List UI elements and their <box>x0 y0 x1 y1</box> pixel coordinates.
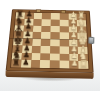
hinge-icon <box>61 10 66 13</box>
black-pawn: ♟ <box>21 57 31 68</box>
board-surface: ♜♟♟♜♞♟♟♞♝♟♟♝♛♟♟♛♚♟♟♚♝♟♟♝♞♟♟♞♜♟♟♜ <box>6 9 94 73</box>
white-rook: ♜ <box>77 10 86 20</box>
square-r7c7[interactable]: ♜ <box>78 61 88 69</box>
chess-set-photo: ♜♟♟♜♞♟♟♞♝♟♟♝♛♟♟♛♚♟♟♚♝♟♟♝♞♟♟♞♜♟♟♜ <box>0 0 100 91</box>
white-rook: ♜ <box>79 58 89 69</box>
square-r6c1[interactable]: ♟ <box>21 53 31 61</box>
black-pawn: ♟ <box>24 9 33 19</box>
folding-chess-board: ♜♟♟♜♞♟♟♞♝♟♟♝♛♟♟♛♚♟♟♚♝♟♟♝♞♟♟♞♜♟♟♜ <box>0 0 100 91</box>
square-r7c3[interactable] <box>40 60 50 68</box>
square-r7c5[interactable] <box>59 61 69 69</box>
chess-grid: ♜♟♟♜♞♟♟♞♝♟♟♝♛♟♟♛♚♟♟♚♝♟♟♝♞♟♟♞♜♟♟♜ <box>11 12 88 68</box>
black-rook: ♜ <box>11 56 21 67</box>
black-rook: ♜ <box>16 9 25 19</box>
square-r7c2[interactable] <box>30 60 40 68</box>
square-r7c1[interactable]: ♟ <box>21 60 31 68</box>
square-r6c5[interactable] <box>59 53 69 61</box>
hinge-icon <box>36 10 41 13</box>
metal-clasp-icon <box>88 37 94 44</box>
square-r7c4[interactable] <box>50 60 60 68</box>
square-r7c6[interactable]: ♟ <box>69 61 79 69</box>
